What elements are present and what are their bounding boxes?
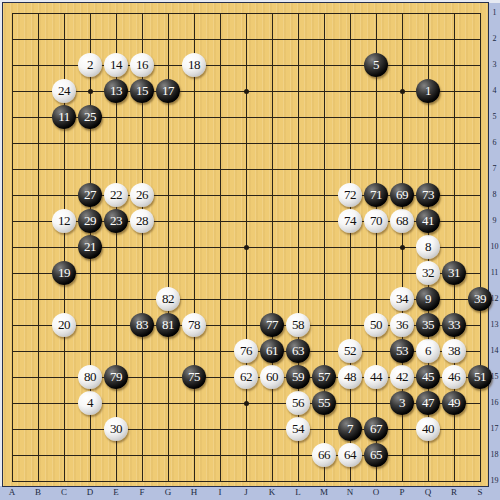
stone-white-26: 26 — [130, 183, 154, 207]
star-point — [244, 401, 249, 406]
row-label-7: 7 — [489, 164, 500, 174]
stone-black-11: 11 — [52, 105, 76, 129]
col-label-I: I — [213, 487, 227, 497]
row-label-1: 1 — [489, 8, 500, 18]
stone-white-4: 4 — [78, 391, 102, 415]
stone-white-38: 38 — [442, 339, 466, 363]
row-label-4: 4 — [489, 86, 500, 96]
stone-black-21: 21 — [78, 235, 102, 259]
stone-white-16: 16 — [130, 53, 154, 77]
stone-white-78: 78 — [182, 313, 206, 337]
stone-black-65: 65 — [364, 443, 388, 467]
stone-black-75: 75 — [182, 365, 206, 389]
row-label-6: 6 — [489, 138, 500, 148]
col-label-F: F — [135, 487, 149, 497]
stone-black-5: 5 — [364, 53, 388, 77]
row-label-8: 8 — [489, 190, 500, 200]
star-point — [244, 89, 249, 94]
row-label-15: 15 — [489, 372, 500, 382]
row-label-17: 17 — [489, 424, 500, 434]
row-label-16: 16 — [489, 398, 500, 408]
stone-white-42: 42 — [390, 365, 414, 389]
stone-black-83: 83 — [130, 313, 154, 337]
stone-white-8: 8 — [416, 235, 440, 259]
stone-black-79: 79 — [104, 365, 128, 389]
stone-white-34: 34 — [390, 287, 414, 311]
stone-black-45: 45 — [416, 365, 440, 389]
stone-white-14: 14 — [104, 53, 128, 77]
stone-black-9: 9 — [416, 287, 440, 311]
stone-white-54: 54 — [286, 417, 310, 441]
stone-white-18: 18 — [182, 53, 206, 77]
stone-black-69: 69 — [390, 183, 414, 207]
stone-black-73: 73 — [416, 183, 440, 207]
star-point — [88, 89, 93, 94]
grid-line-vertical — [350, 13, 351, 482]
star-point — [400, 89, 405, 94]
stone-black-23: 23 — [104, 209, 128, 233]
grid-line-horizontal — [12, 429, 481, 430]
stone-black-57: 57 — [312, 365, 336, 389]
stone-black-31: 31 — [442, 261, 466, 285]
stone-black-77: 77 — [260, 313, 284, 337]
col-label-G: G — [161, 487, 175, 497]
stone-black-19: 19 — [52, 261, 76, 285]
stone-white-60: 60 — [260, 365, 284, 389]
col-label-N: N — [343, 487, 357, 497]
stone-black-49: 49 — [442, 391, 466, 415]
stone-white-12: 12 — [52, 209, 76, 233]
row-label-10: 10 — [489, 242, 500, 252]
stone-black-15: 15 — [130, 79, 154, 103]
stone-white-46: 46 — [442, 365, 466, 389]
col-label-M: M — [317, 487, 331, 497]
stone-black-59: 59 — [286, 365, 310, 389]
grid-line-horizontal — [12, 455, 481, 456]
stone-white-30: 30 — [104, 417, 128, 441]
col-label-K: K — [265, 487, 279, 497]
col-label-B: B — [31, 487, 45, 497]
row-label-5: 5 — [489, 112, 500, 122]
col-label-E: E — [109, 487, 123, 497]
stone-black-67: 67 — [364, 417, 388, 441]
grid-line-vertical — [272, 13, 273, 482]
stone-black-61: 61 — [260, 339, 284, 363]
col-label-J: J — [239, 487, 253, 497]
row-label-18: 18 — [489, 450, 500, 460]
stone-black-71: 71 — [364, 183, 388, 207]
stone-black-53: 53 — [390, 339, 414, 363]
stone-white-80: 80 — [78, 365, 102, 389]
stone-white-28: 28 — [130, 209, 154, 233]
stone-black-13: 13 — [104, 79, 128, 103]
stone-white-50: 50 — [364, 313, 388, 337]
row-label-19: 19 — [489, 476, 500, 486]
col-label-D: D — [83, 487, 97, 497]
stone-white-44: 44 — [364, 365, 388, 389]
row-label-12: 12 — [489, 294, 500, 304]
stone-white-74: 74 — [338, 209, 362, 233]
stone-white-56: 56 — [286, 391, 310, 415]
go-board[interactable]: 1234567891112131415161718192021222324252… — [3, 3, 488, 486]
stone-white-32: 32 — [416, 261, 440, 285]
col-label-H: H — [187, 487, 201, 497]
stone-white-52: 52 — [338, 339, 362, 363]
stone-white-58: 58 — [286, 313, 310, 337]
stone-white-76: 76 — [234, 339, 258, 363]
grid-line-vertical — [376, 13, 377, 482]
col-label-A: A — [5, 487, 19, 497]
grid-line-vertical — [480, 13, 481, 482]
stone-white-82: 82 — [156, 287, 180, 311]
stone-black-47: 47 — [416, 391, 440, 415]
stone-white-66: 66 — [312, 443, 336, 467]
stone-black-41: 41 — [416, 209, 440, 233]
col-label-P: P — [395, 487, 409, 497]
col-label-S: S — [473, 487, 487, 497]
stone-white-6: 6 — [416, 339, 440, 363]
row-label-9: 9 — [489, 216, 500, 226]
stone-black-3: 3 — [390, 391, 414, 415]
stone-black-29: 29 — [78, 209, 102, 233]
stone-white-20: 20 — [52, 313, 76, 337]
stone-white-64: 64 — [338, 443, 362, 467]
stone-black-81: 81 — [156, 313, 180, 337]
stone-white-22: 22 — [104, 183, 128, 207]
stone-black-17: 17 — [156, 79, 180, 103]
star-point — [400, 245, 405, 250]
stone-black-63: 63 — [286, 339, 310, 363]
stone-black-55: 55 — [312, 391, 336, 415]
stone-black-1: 1 — [416, 79, 440, 103]
row-label-13: 13 — [489, 320, 500, 330]
star-point — [244, 245, 249, 250]
stone-black-25: 25 — [78, 105, 102, 129]
go-game-viewer: 1234567891112131415161718192021222324252… — [0, 0, 500, 500]
stone-white-2: 2 — [78, 53, 102, 77]
stone-white-70: 70 — [364, 209, 388, 233]
col-label-C: C — [57, 487, 71, 497]
row-label-2: 2 — [489, 34, 500, 44]
stone-white-48: 48 — [338, 365, 362, 389]
col-label-L: L — [291, 487, 305, 497]
col-label-Q: Q — [421, 487, 435, 497]
stone-white-36: 36 — [390, 313, 414, 337]
stone-white-62: 62 — [234, 365, 258, 389]
row-label-14: 14 — [489, 346, 500, 356]
stone-black-7: 7 — [338, 417, 362, 441]
grid-line-horizontal — [12, 273, 481, 274]
row-label-3: 3 — [489, 60, 500, 70]
row-label-11: 11 — [489, 268, 500, 278]
stone-black-33: 33 — [442, 313, 466, 337]
col-label-R: R — [447, 487, 461, 497]
stone-black-35: 35 — [416, 313, 440, 337]
col-label-O: O — [369, 487, 383, 497]
stone-black-27: 27 — [78, 183, 102, 207]
stone-white-40: 40 — [416, 417, 440, 441]
stone-white-72: 72 — [338, 183, 362, 207]
grid-line-horizontal — [12, 481, 481, 482]
stone-white-24: 24 — [52, 79, 76, 103]
stone-white-68: 68 — [390, 209, 414, 233]
